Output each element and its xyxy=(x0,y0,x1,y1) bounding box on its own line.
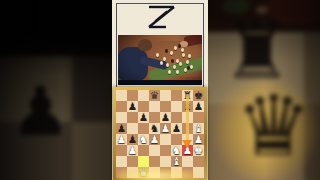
square-e2 xyxy=(160,156,171,167)
black-queen-d8: ♛ xyxy=(149,90,160,101)
square-f8 xyxy=(171,90,182,101)
logo-inner-slash xyxy=(155,11,167,21)
background-left-blur: ♟ xyxy=(0,0,112,180)
white-pawn-d4: ♟ xyxy=(149,134,160,145)
black-pawn-c6: ♟ xyxy=(138,112,149,123)
black-pawn-b7: ♟ xyxy=(127,101,138,112)
white-pawn-b3: ♟ xyxy=(127,145,138,156)
video-column[interactable]: ♛♜♚♟♝♟♟♟♟♞♟♟♝♟♟♞♟♟♟♞♟♚♝♛ xyxy=(112,0,208,180)
video-frame[interactable]: { "game": "chess", "scene": { "type": "v… xyxy=(0,0,320,180)
background-square xyxy=(72,122,112,180)
square-e3 xyxy=(160,145,171,156)
clip-vignette xyxy=(118,35,202,85)
square-f7 xyxy=(171,101,182,112)
analysis-arrow-head xyxy=(182,140,192,148)
background-board-left: ♟ xyxy=(0,0,112,180)
white-king-h3: ♚ xyxy=(193,145,204,156)
board-frame: ♛♜♚♟♝♟♟♟♟♞♟♟♝♟♟♞♟♟♟♞♟♚♝♛ xyxy=(113,87,207,180)
chess-board: ♛♜♚♟♝♟♟♟♟♞♟♟♝♟♟♞♟♟♟♞♟♚♝♛ xyxy=(116,90,204,178)
square-c8 xyxy=(138,90,149,101)
square-c3 xyxy=(138,145,149,156)
background-right-blur: ♜ ♛ xyxy=(208,0,320,180)
board-bottom-glow xyxy=(118,168,202,180)
white-bishop-f2: ♝ xyxy=(171,156,182,167)
black-queen-icon: ♛ xyxy=(236,84,311,168)
square-h2 xyxy=(193,156,204,167)
white-knight-c4: ♞ xyxy=(138,134,149,145)
analysis-arrow-shaft xyxy=(186,94,189,140)
square-a8 xyxy=(116,90,127,101)
square-a7 xyxy=(116,101,127,112)
channel-logo xyxy=(139,4,181,31)
black-pawn-h7: ♟ xyxy=(193,101,204,112)
square-e8 xyxy=(160,90,171,101)
square-d3 xyxy=(149,145,160,156)
square-e4 xyxy=(160,134,171,145)
background-board-right: ♜ ♛ xyxy=(208,0,320,180)
black-pawn-f5: ♟ xyxy=(171,123,182,134)
gameplay-video-clip[interactable] xyxy=(118,35,202,85)
square-b6 xyxy=(127,112,138,123)
square-d7 xyxy=(149,101,160,112)
background-square xyxy=(72,56,112,122)
square-g2 xyxy=(182,156,193,167)
square-d2 xyxy=(149,156,160,167)
background-left-top-dark xyxy=(0,0,112,58)
square-a2 xyxy=(116,156,127,167)
square-a3 xyxy=(116,145,127,156)
square-b2 xyxy=(127,156,138,167)
black-pawn-icon: ♟ xyxy=(10,78,71,146)
white-pawn-a4: ♟ xyxy=(116,134,127,145)
white-pawn-e5: ♟ xyxy=(160,123,171,134)
